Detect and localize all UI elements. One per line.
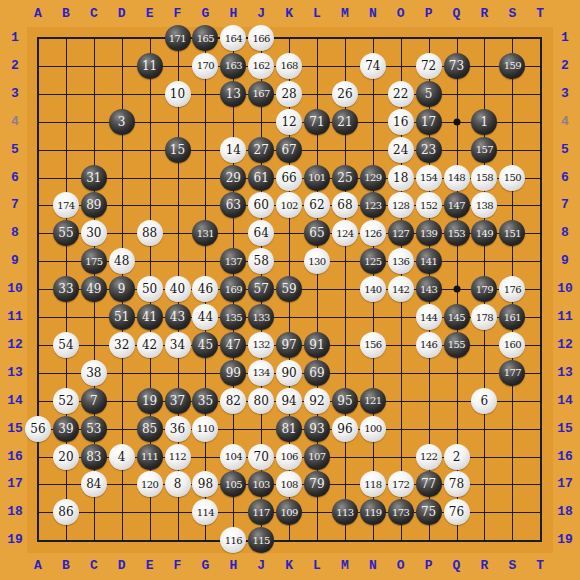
stone-black-S8: 151 <box>499 220 525 246</box>
row-label-left-13: 13 <box>2 365 28 381</box>
row-label-right-1: 1 <box>552 30 578 46</box>
column-label-top-P: P <box>416 6 442 22</box>
row-label-right-8: 8 <box>552 225 578 241</box>
stone-black-P10: 143 <box>416 276 442 302</box>
column-label-bottom-T: T <box>527 558 553 574</box>
stone-black-L17: 79 <box>304 471 330 497</box>
stone-black-J18: 117 <box>248 499 274 525</box>
column-label-top-O: O <box>388 6 414 22</box>
stone-white-F3: 10 <box>165 81 191 107</box>
stone-black-H17: 105 <box>220 471 246 497</box>
stone-black-E11: 41 <box>137 304 163 330</box>
stone-white-J16: 70 <box>248 444 274 470</box>
stone-black-F5: 15 <box>165 137 191 163</box>
column-label-bottom-H: H <box>220 558 246 574</box>
stone-black-K15: 81 <box>276 416 302 442</box>
stone-black-D4: 3 <box>109 109 135 135</box>
row-label-left-18: 18 <box>2 504 28 520</box>
stone-black-J10: 57 <box>248 276 274 302</box>
stone-black-N6: 129 <box>360 165 386 191</box>
stone-black-L13: 69 <box>304 360 330 386</box>
stone-white-F10: 40 <box>165 276 191 302</box>
stone-black-K18: 109 <box>276 499 302 525</box>
row-label-right-19: 19 <box>552 532 578 548</box>
row-label-right-15: 15 <box>552 421 578 437</box>
row-label-left-11: 11 <box>2 309 28 325</box>
stone-black-S11: 161 <box>499 304 525 330</box>
stone-white-Q6: 148 <box>444 165 470 191</box>
stone-white-G15: 110 <box>192 416 218 442</box>
stone-white-L14: 92 <box>304 388 330 414</box>
column-label-bottom-J: J <box>248 558 274 574</box>
column-label-top-B: B <box>53 6 79 22</box>
column-label-bottom-D: D <box>109 558 135 574</box>
column-label-bottom-F: F <box>165 558 191 574</box>
stone-black-N18: 119 <box>360 499 386 525</box>
stone-white-H14: 82 <box>220 388 246 414</box>
stone-black-L12: 91 <box>304 332 330 358</box>
stone-black-M4: 21 <box>332 109 358 135</box>
stone-white-S12: 160 <box>499 332 525 358</box>
stone-black-C6: 31 <box>81 165 107 191</box>
column-label-bottom-B: B <box>53 558 79 574</box>
star-point-Q4 <box>453 118 460 125</box>
stone-black-Q7: 147 <box>444 192 470 218</box>
row-label-right-7: 7 <box>552 197 578 213</box>
stone-white-L7: 62 <box>304 192 330 218</box>
star-point-Q10 <box>453 286 460 293</box>
stone-black-G14: 35 <box>192 388 218 414</box>
stone-black-K10: 59 <box>276 276 302 302</box>
stone-black-S13: 177 <box>499 360 525 386</box>
stone-white-P7: 152 <box>416 192 442 218</box>
row-label-right-13: 13 <box>552 365 578 381</box>
row-label-right-5: 5 <box>552 142 578 158</box>
stone-black-B10: 33 <box>53 276 79 302</box>
stone-white-C13: 38 <box>81 360 107 386</box>
stone-black-F1: 171 <box>165 25 191 51</box>
stone-black-P4: 17 <box>416 109 442 135</box>
stone-black-Q8: 153 <box>444 220 470 246</box>
stone-white-P11: 144 <box>416 304 442 330</box>
column-label-top-Q: Q <box>444 6 470 22</box>
row-label-right-4: 4 <box>552 114 578 130</box>
row-label-right-18: 18 <box>552 504 578 520</box>
row-label-right-3: 3 <box>552 86 578 102</box>
column-label-top-M: M <box>332 6 358 22</box>
column-label-top-D: D <box>109 6 135 22</box>
stone-white-K4: 12 <box>276 109 302 135</box>
stone-white-Q17: 78 <box>444 471 470 497</box>
stone-white-P16: 122 <box>416 444 442 470</box>
stone-black-D11: 51 <box>109 304 135 330</box>
stone-black-C15: 53 <box>81 416 107 442</box>
stone-white-E10: 50 <box>137 276 163 302</box>
stone-white-B16: 20 <box>53 444 79 470</box>
stone-white-O4: 16 <box>388 109 414 135</box>
stone-black-B8: 55 <box>53 220 79 246</box>
column-label-top-G: G <box>192 6 218 22</box>
stone-white-F17: 8 <box>165 471 191 497</box>
stone-black-J19: 115 <box>248 527 274 553</box>
row-label-right-6: 6 <box>552 170 578 186</box>
stone-white-M8: 124 <box>332 220 358 246</box>
row-label-left-12: 12 <box>2 337 28 353</box>
stone-white-J7: 60 <box>248 192 274 218</box>
stone-white-O5: 24 <box>388 137 414 163</box>
stone-white-H1: 164 <box>220 25 246 51</box>
stone-white-C17: 84 <box>81 471 107 497</box>
stone-black-C10: 49 <box>81 276 107 302</box>
row-label-left-19: 19 <box>2 532 28 548</box>
row-label-left-9: 9 <box>2 253 28 269</box>
stone-white-P2: 72 <box>416 53 442 79</box>
column-label-bottom-O: O <box>388 558 414 574</box>
column-label-top-C: C <box>81 6 107 22</box>
stone-white-O17: 172 <box>388 471 414 497</box>
row-label-left-4: 4 <box>2 114 28 130</box>
stone-white-D9: 48 <box>109 248 135 274</box>
stone-black-H6: 29 <box>220 165 246 191</box>
stone-black-P9: 141 <box>416 248 442 274</box>
stone-white-N15: 100 <box>360 416 386 442</box>
column-label-top-J: J <box>248 6 274 22</box>
stone-white-H19: 116 <box>220 527 246 553</box>
stone-white-E12: 42 <box>137 332 163 358</box>
row-label-right-2: 2 <box>552 58 578 74</box>
stone-black-N7: 123 <box>360 192 386 218</box>
stone-white-G11: 44 <box>192 304 218 330</box>
column-label-top-S: S <box>499 6 525 22</box>
stone-black-G8: 131 <box>192 220 218 246</box>
stone-white-K2: 168 <box>276 53 302 79</box>
stone-white-G10: 46 <box>192 276 218 302</box>
stone-black-C14: 7 <box>81 388 107 414</box>
stone-black-H7: 63 <box>220 192 246 218</box>
stone-white-R6: 158 <box>471 165 497 191</box>
stone-white-K14: 94 <box>276 388 302 414</box>
column-label-bottom-E: E <box>137 558 163 574</box>
stone-black-R5: 157 <box>471 137 497 163</box>
stone-white-E17: 120 <box>137 471 163 497</box>
row-label-right-16: 16 <box>552 449 578 465</box>
stone-white-G18: 114 <box>192 499 218 525</box>
column-label-top-N: N <box>360 6 386 22</box>
stone-white-N8: 126 <box>360 220 386 246</box>
row-label-left-17: 17 <box>2 476 28 492</box>
stone-black-L16: 107 <box>304 444 330 470</box>
row-label-right-17: 17 <box>552 476 578 492</box>
stone-black-R10: 179 <box>471 276 497 302</box>
row-label-left-2: 2 <box>2 58 28 74</box>
row-label-left-8: 8 <box>2 225 28 241</box>
column-label-bottom-R: R <box>471 558 497 574</box>
stone-black-L8: 65 <box>304 220 330 246</box>
row-label-right-10: 10 <box>552 281 578 297</box>
stone-black-P5: 23 <box>416 137 442 163</box>
stone-black-N9: 125 <box>360 248 386 274</box>
stone-white-J12: 132 <box>248 332 274 358</box>
column-label-top-A: A <box>25 6 51 22</box>
stone-black-M6: 25 <box>332 165 358 191</box>
stone-black-L4: 71 <box>304 109 330 135</box>
column-label-bottom-K: K <box>276 558 302 574</box>
row-label-right-9: 9 <box>552 253 578 269</box>
stone-black-C9: 175 <box>81 248 107 274</box>
stone-white-K3: 28 <box>276 81 302 107</box>
stone-white-K6: 66 <box>276 165 302 191</box>
stone-white-J8: 64 <box>248 220 274 246</box>
stone-black-O8: 127 <box>388 220 414 246</box>
stone-black-F14: 37 <box>165 388 191 414</box>
stone-white-S10: 176 <box>499 276 525 302</box>
stone-white-H16: 104 <box>220 444 246 470</box>
stone-black-C16: 83 <box>81 444 107 470</box>
stone-black-B15: 39 <box>53 416 79 442</box>
stone-white-G2: 170 <box>192 53 218 79</box>
stone-white-N12: 156 <box>360 332 386 358</box>
column-label-bottom-A: A <box>25 558 51 574</box>
stone-black-G12: 45 <box>192 332 218 358</box>
row-label-left-3: 3 <box>2 86 28 102</box>
stone-black-Q12: 155 <box>444 332 470 358</box>
column-label-bottom-L: L <box>304 558 330 574</box>
stone-white-O6: 18 <box>388 165 414 191</box>
stone-black-M14: 95 <box>332 388 358 414</box>
stone-white-N17: 118 <box>360 471 386 497</box>
stone-white-R7: 138 <box>471 192 497 218</box>
stone-white-K13: 90 <box>276 360 302 386</box>
stone-black-J17: 103 <box>248 471 274 497</box>
stone-white-J1: 166 <box>248 25 274 51</box>
stone-black-E15: 85 <box>137 416 163 442</box>
stone-black-J5: 27 <box>248 137 274 163</box>
stone-black-H13: 99 <box>220 360 246 386</box>
stone-white-P12: 146 <box>416 332 442 358</box>
column-label-top-T: T <box>527 6 553 22</box>
stone-white-R11: 178 <box>471 304 497 330</box>
stone-white-J2: 162 <box>248 53 274 79</box>
stone-black-D10: 9 <box>109 276 135 302</box>
row-label-right-14: 14 <box>552 393 578 409</box>
stone-black-R8: 149 <box>471 220 497 246</box>
stone-black-S2: 159 <box>499 53 525 79</box>
column-label-top-E: E <box>137 6 163 22</box>
stone-black-P3: 5 <box>416 81 442 107</box>
column-label-bottom-M: M <box>332 558 358 574</box>
stone-black-C7: 89 <box>81 192 107 218</box>
stone-black-M18: 113 <box>332 499 358 525</box>
row-label-left-1: 1 <box>2 30 28 46</box>
stone-white-F15: 36 <box>165 416 191 442</box>
stone-black-P17: 77 <box>416 471 442 497</box>
stone-white-B18: 86 <box>53 499 79 525</box>
stone-white-R14: 6 <box>471 388 497 414</box>
stone-white-K16: 106 <box>276 444 302 470</box>
stone-black-O18: 173 <box>388 499 414 525</box>
column-label-bottom-S: S <box>499 558 525 574</box>
stone-black-F11: 43 <box>165 304 191 330</box>
stone-black-H10: 169 <box>220 276 246 302</box>
stone-white-M7: 68 <box>332 192 358 218</box>
column-label-bottom-N: N <box>360 558 386 574</box>
stone-black-J11: 133 <box>248 304 274 330</box>
row-label-left-6: 6 <box>2 170 28 186</box>
stone-white-P6: 154 <box>416 165 442 191</box>
stone-white-O3: 22 <box>388 81 414 107</box>
stone-white-D12: 32 <box>109 332 135 358</box>
stone-white-B14: 52 <box>53 388 79 414</box>
stone-white-F16: 112 <box>165 444 191 470</box>
column-label-bottom-G: G <box>192 558 218 574</box>
row-label-left-10: 10 <box>2 281 28 297</box>
stone-white-S6: 150 <box>499 165 525 191</box>
row-label-left-5: 5 <box>2 142 28 158</box>
stone-white-H5: 14 <box>220 137 246 163</box>
stone-white-Q18: 76 <box>444 499 470 525</box>
column-label-bottom-Q: Q <box>444 558 470 574</box>
row-label-right-11: 11 <box>552 309 578 325</box>
stone-black-K12: 97 <box>276 332 302 358</box>
column-label-top-H: H <box>220 6 246 22</box>
stone-black-P18: 75 <box>416 499 442 525</box>
stone-black-P8: 139 <box>416 220 442 246</box>
stone-black-L6: 101 <box>304 165 330 191</box>
stone-white-D16: 4 <box>109 444 135 470</box>
stone-black-J6: 61 <box>248 165 274 191</box>
stone-black-E14: 19 <box>137 388 163 414</box>
stone-white-M15: 96 <box>332 416 358 442</box>
stone-white-K17: 108 <box>276 471 302 497</box>
stone-black-Q11: 145 <box>444 304 470 330</box>
stone-white-B12: 54 <box>53 332 79 358</box>
stone-white-J14: 80 <box>248 388 274 414</box>
stone-white-O7: 128 <box>388 192 414 218</box>
stone-white-K7: 102 <box>276 192 302 218</box>
stone-white-M3: 26 <box>332 81 358 107</box>
stone-black-N14: 121 <box>360 388 386 414</box>
stone-white-B7: 174 <box>53 192 79 218</box>
column-label-top-R: R <box>471 6 497 22</box>
stone-white-N2: 74 <box>360 53 386 79</box>
stone-white-N10: 140 <box>360 276 386 302</box>
stone-black-H3: 13 <box>220 81 246 107</box>
stone-black-G1: 165 <box>192 25 218 51</box>
stone-white-E8: 88 <box>137 220 163 246</box>
stone-black-H12: 47 <box>220 332 246 358</box>
row-label-left-7: 7 <box>2 197 28 213</box>
column-label-top-K: K <box>276 6 302 22</box>
column-label-top-F: F <box>165 6 191 22</box>
go-kifu-screenshot: AABBCCDDEEFFGGHHJJKKLLMMNNOOPPQQRRSSTT11… <box>0 0 580 580</box>
stone-white-C8: 30 <box>81 220 107 246</box>
column-label-bottom-P: P <box>416 558 442 574</box>
stone-black-J3: 167 <box>248 81 274 107</box>
stone-black-H9: 137 <box>220 248 246 274</box>
row-label-right-12: 12 <box>552 337 578 353</box>
stone-white-J9: 58 <box>248 248 274 274</box>
stone-white-Q16: 2 <box>444 444 470 470</box>
stone-black-Q2: 73 <box>444 53 470 79</box>
stone-white-F12: 34 <box>165 332 191 358</box>
row-label-left-14: 14 <box>2 393 28 409</box>
stone-white-L9: 130 <box>304 248 330 274</box>
column-label-bottom-C: C <box>81 558 107 574</box>
stone-black-E16: 111 <box>137 444 163 470</box>
column-label-top-L: L <box>304 6 330 22</box>
stone-black-E2: 11 <box>137 53 163 79</box>
stone-white-A15: 56 <box>25 416 51 442</box>
row-label-left-16: 16 <box>2 449 28 465</box>
stone-white-O9: 136 <box>388 248 414 274</box>
stone-black-L15: 93 <box>304 416 330 442</box>
stone-white-J13: 134 <box>248 360 274 386</box>
stone-white-G17: 98 <box>192 471 218 497</box>
stone-black-K5: 67 <box>276 137 302 163</box>
stone-white-O10: 142 <box>388 276 414 302</box>
stone-black-R4: 1 <box>471 109 497 135</box>
stone-black-H11: 135 <box>220 304 246 330</box>
stone-black-H2: 163 <box>220 53 246 79</box>
